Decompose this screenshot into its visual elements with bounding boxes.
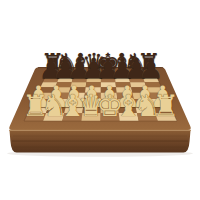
piece-white-knight-b1: ♞ (40, 91, 67, 121)
piece-white-queen-d1: ♛ (78, 91, 105, 121)
piece-black-queen-d8: ♛ (82, 50, 107, 78)
pieces-layer: ♜♞♝♛♚♝♞♜♟♟♟♟♟♟♟♟♟♟♟♟♟♟♟♟♜♞♝♛♚♝♞♜ (0, 0, 200, 200)
piece-black-pawn-c7: ♟ (67, 54, 92, 82)
piece-black-king-e8: ♚ (96, 50, 121, 78)
piece-black-pawn-g7: ♟ (124, 54, 149, 82)
piece-white-knight-g1: ♞ (134, 91, 161, 121)
piece-black-rook-a8: ♜ (40, 50, 65, 78)
chess-set-photo: ♜♞♝♛♚♝♞♜♟♟♟♟♟♟♟♟♟♟♟♟♟♟♟♟♜♞♝♛♚♝♞♜ (0, 0, 200, 200)
piece-white-pawn-e2: ♟ (96, 83, 122, 113)
piece-white-pawn-d2: ♟ (79, 83, 105, 113)
piece-white-bishop-f1: ♝ (115, 91, 142, 121)
piece-black-bishop-f8: ♝ (109, 50, 134, 78)
piece-white-rook-a1: ♜ (22, 91, 49, 121)
piece-white-pawn-f2: ♟ (114, 83, 140, 113)
piece-black-pawn-f7: ♟ (110, 54, 135, 82)
piece-white-pawn-c2: ♟ (61, 83, 87, 113)
piece-black-pawn-b7: ♟ (53, 54, 78, 82)
piece-white-pawn-g2: ♟ (132, 83, 158, 113)
piece-white-king-e1: ♚ (96, 91, 123, 121)
piece-black-pawn-a7: ♟ (38, 54, 63, 82)
piece-white-pawn-a2: ♟ (25, 83, 51, 113)
piece-black-pawn-d7: ♟ (81, 54, 106, 82)
piece-white-pawn-b2: ♟ (43, 83, 69, 113)
piece-white-bishop-c1: ♝ (59, 91, 86, 121)
piece-black-pawn-h7: ♟ (138, 54, 163, 82)
piece-white-rook-h1: ♜ (152, 91, 179, 121)
piece-black-knight-g8: ♞ (123, 50, 148, 78)
piece-black-bishop-c8: ♝ (68, 50, 93, 78)
piece-black-pawn-e7: ♟ (96, 54, 121, 82)
piece-white-pawn-h2: ♟ (149, 83, 175, 113)
piece-black-knight-b8: ♞ (54, 50, 79, 78)
piece-black-rook-h8: ♜ (137, 50, 162, 78)
